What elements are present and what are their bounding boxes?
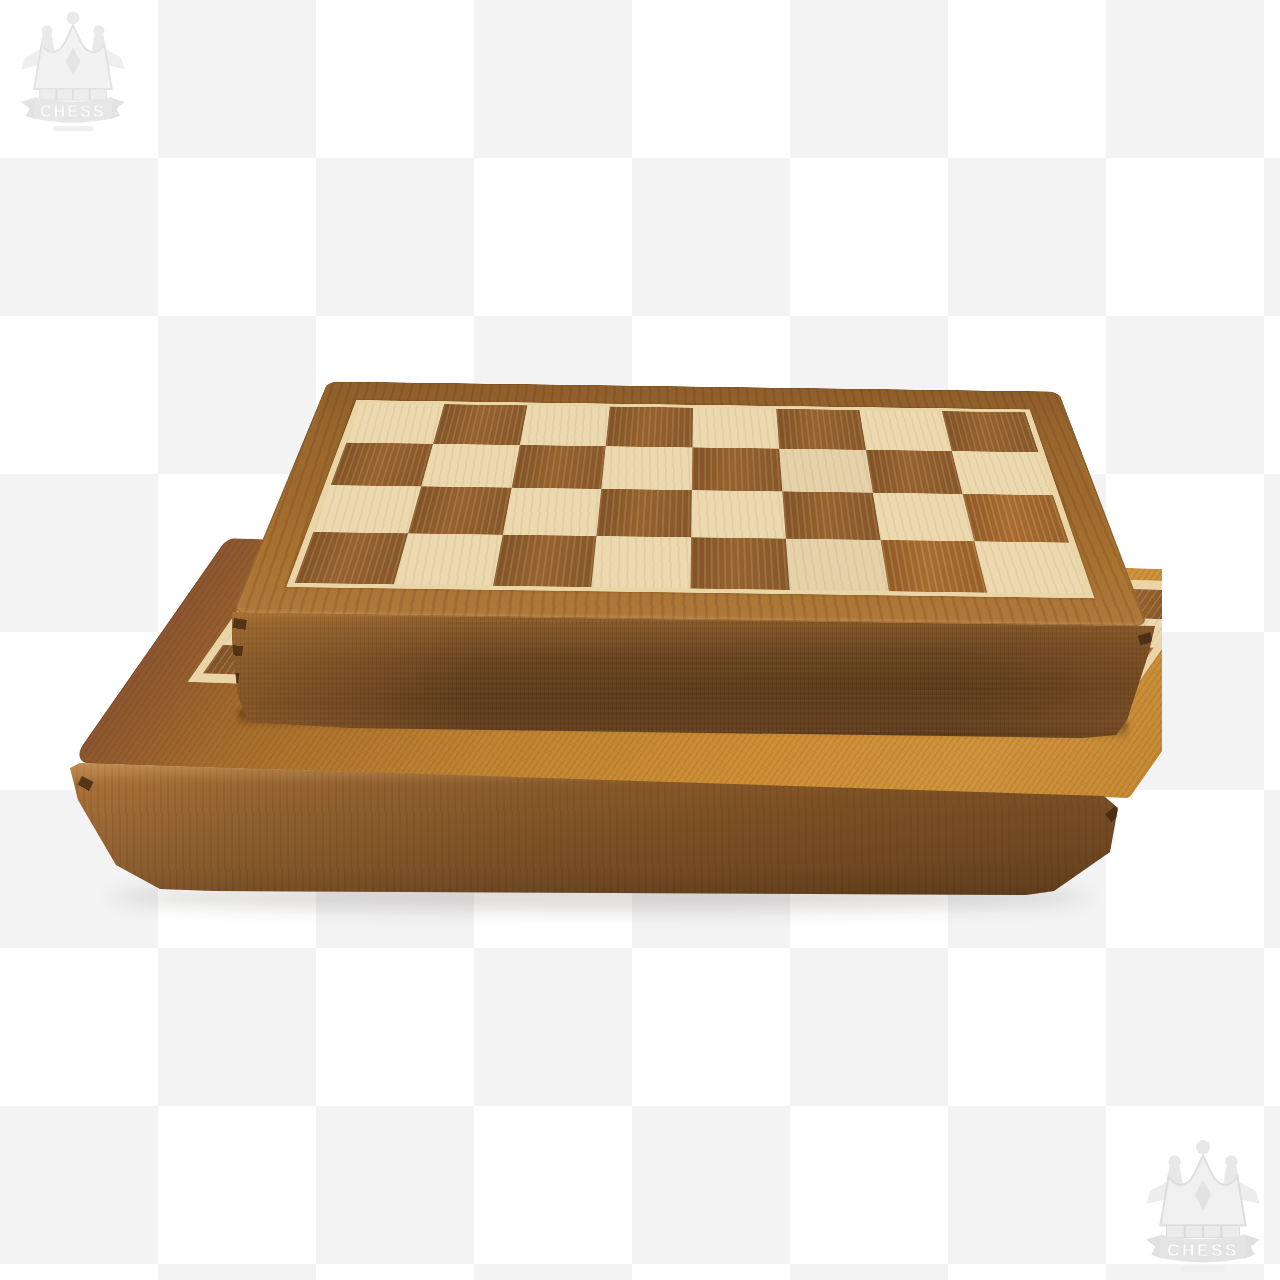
board-square-dark xyxy=(782,491,880,539)
top-box-board-border xyxy=(286,400,1094,598)
board-square-light xyxy=(952,451,1053,495)
banner-tail-left xyxy=(21,97,36,119)
brand-watermark-top-left: CHESS xyxy=(12,4,134,135)
board-square-light xyxy=(602,446,693,490)
board-square-light xyxy=(872,493,974,541)
board-square-light xyxy=(786,538,889,591)
board-square-light xyxy=(779,448,872,492)
board-square-dark xyxy=(692,447,782,491)
board-square-dark xyxy=(433,404,527,445)
top-box-chessboard xyxy=(295,403,1087,594)
board-square-dark xyxy=(880,540,987,593)
board-square-dark xyxy=(511,445,606,489)
board-square-dark xyxy=(493,534,597,587)
board-square-dark xyxy=(597,489,692,537)
board-square-light xyxy=(421,444,519,488)
logo-text: CHESS xyxy=(40,103,106,120)
board-square-dark xyxy=(331,442,433,486)
board-square-light xyxy=(502,488,601,536)
top-box-lid xyxy=(232,382,1148,627)
board-square-dark xyxy=(776,409,865,450)
crown-chess-logo-icon: CHESS xyxy=(12,4,134,135)
board-square-light xyxy=(519,405,610,446)
board-square-dark xyxy=(295,532,408,585)
board-square-light xyxy=(974,541,1086,594)
board-square-light xyxy=(859,410,952,451)
finger-joints-right xyxy=(1105,806,1173,886)
board-square-light xyxy=(692,408,779,449)
board-square-dark xyxy=(963,494,1069,542)
board-square-dark xyxy=(865,450,962,494)
top-box-front-face xyxy=(232,610,1157,742)
board-square-dark xyxy=(408,486,511,534)
board-square-light xyxy=(394,533,503,586)
board-square-dark xyxy=(942,411,1038,452)
board-square-dark xyxy=(690,537,789,590)
board-square-dark xyxy=(606,407,693,448)
logo-tagline-faint xyxy=(1181,1266,1226,1272)
board-square-light xyxy=(591,536,691,589)
logo-tagline-faint xyxy=(53,126,94,132)
brand-watermark-bottom-right: CHESS xyxy=(1136,1132,1270,1276)
banner-tail-right xyxy=(110,97,125,119)
logo-text: CHESS xyxy=(1167,1240,1239,1260)
crown-chess-logo-icon: CHESS xyxy=(1136,1132,1270,1276)
board-square-light xyxy=(691,490,785,538)
board-square-light xyxy=(346,403,444,444)
center-piece-silhouette xyxy=(67,11,80,24)
product-photo: CHESS CHESS xyxy=(0,0,1280,1280)
board-square-light xyxy=(313,485,420,533)
